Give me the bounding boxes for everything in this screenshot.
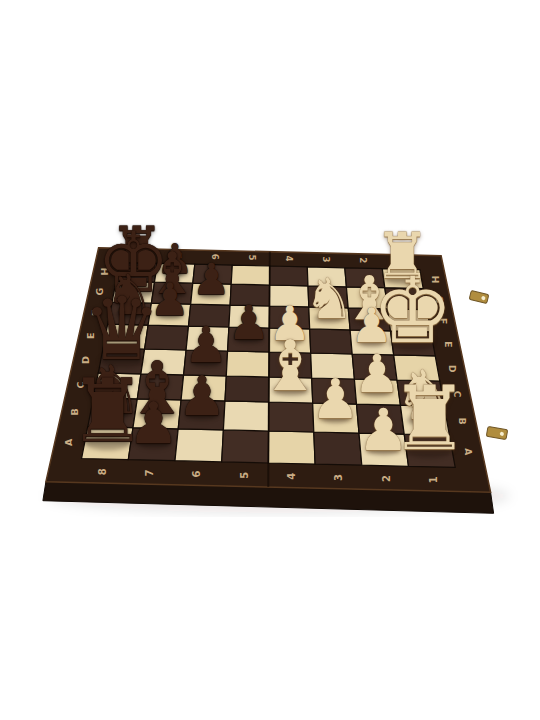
square-a6[interactable] <box>175 429 223 462</box>
near-rail-number: 5 <box>239 472 250 479</box>
black-pawn-g6[interactable]: ♟ <box>192 258 231 301</box>
square-h5[interactable] <box>231 265 270 285</box>
white-pawn-b3[interactable]: ♟ <box>311 372 360 427</box>
near-rail-number: 8 <box>97 468 108 475</box>
black-pawn-b6[interactable]: ♟ <box>177 369 226 424</box>
brass-clasp <box>486 426 507 439</box>
square-a4[interactable] <box>268 431 315 464</box>
square-a5[interactable] <box>222 430 269 463</box>
far-rail-number: 5 <box>247 255 257 261</box>
chess-set-photo: 8877665544332211AABBCCDDEEFFGGHH ♜♟♜♚♝♟♞… <box>0 0 540 720</box>
near-rail-number: 3 <box>333 474 344 481</box>
near-rail-number: 2 <box>381 475 392 482</box>
brass-clasp <box>469 290 489 303</box>
square-a3[interactable] <box>314 432 362 465</box>
near-rail-number: 4 <box>286 473 297 480</box>
near-rail-number: 6 <box>191 471 202 478</box>
square-h4[interactable] <box>270 266 308 286</box>
near-rail-number: 7 <box>144 469 155 476</box>
black-pawn-a7[interactable]: ♟ <box>128 396 180 453</box>
far-rail-number: 3 <box>321 256 331 262</box>
near-rail-number: 1 <box>428 476 439 483</box>
white-rook-a1[interactable]: ♜ <box>390 375 469 464</box>
square-b4[interactable] <box>269 402 314 432</box>
far-rail-number: 4 <box>284 255 294 261</box>
